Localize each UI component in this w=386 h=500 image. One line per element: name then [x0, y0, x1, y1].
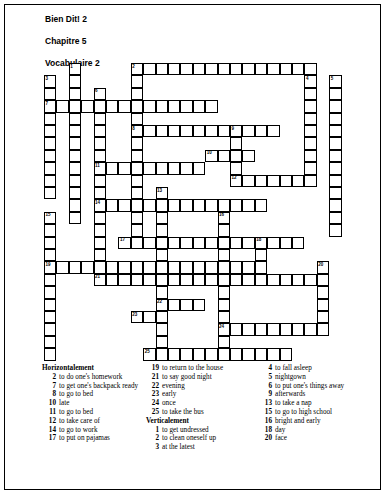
- grid-cell[interactable]: [131, 261, 143, 273]
- grid-cell[interactable]: [304, 125, 316, 137]
- grid-cell[interactable]: [193, 199, 205, 211]
- clue-column-left: Horizontalement2to do one's homework7to …: [42, 364, 144, 443]
- grid-cell[interactable]: [292, 274, 304, 286]
- grid-cell[interactable]: [304, 100, 316, 112]
- grid-cell[interactable]: [44, 125, 56, 137]
- grid-cell[interactable]: [44, 336, 56, 348]
- grid-cell[interactable]: [106, 162, 118, 174]
- clue-number-label: 23: [132, 312, 137, 318]
- grid-cell[interactable]: [44, 162, 56, 174]
- grid-cell[interactable]: [180, 100, 192, 112]
- clue-number-label: 19: [46, 262, 51, 268]
- grid-cell[interactable]: [205, 261, 217, 273]
- grid-cell[interactable]: [106, 261, 118, 273]
- grid-cell[interactable]: [230, 237, 242, 249]
- clue-item: 20face: [252, 434, 352, 443]
- grid-cell[interactable]: [44, 88, 56, 100]
- clue-text: to take the bus: [162, 408, 254, 417]
- grid-cell[interactable]: [156, 274, 168, 286]
- grid-cell[interactable]: 22: [156, 299, 168, 311]
- clue-number: 3: [146, 443, 162, 452]
- clue-number-label: 5: [331, 76, 334, 82]
- clue-item: 3at the latest: [146, 443, 254, 452]
- grid-cell[interactable]: [143, 311, 155, 323]
- grid-cell[interactable]: [131, 75, 143, 87]
- grid-cell[interactable]: [304, 113, 316, 125]
- grid-cell[interactable]: [69, 125, 81, 137]
- grid-cell[interactable]: 14: [94, 199, 106, 211]
- grid-cell[interactable]: [304, 162, 316, 174]
- grid-cell[interactable]: [156, 286, 168, 298]
- grid-cell[interactable]: [106, 199, 118, 211]
- grid-cell[interactable]: 15: [44, 212, 56, 224]
- grid-cell[interactable]: [94, 261, 106, 273]
- grid-cell[interactable]: [193, 274, 205, 286]
- grid-cell[interactable]: [280, 348, 292, 360]
- grid-cell[interactable]: [81, 100, 93, 112]
- grid-cell[interactable]: [131, 199, 143, 211]
- grid-cell[interactable]: [267, 348, 279, 360]
- grid-cell[interactable]: [168, 237, 180, 249]
- grid-cell[interactable]: [329, 100, 341, 112]
- grid-cell[interactable]: [156, 212, 168, 224]
- grid-cell[interactable]: [44, 150, 56, 162]
- grid-cell[interactable]: [44, 311, 56, 323]
- grid-cell[interactable]: [94, 175, 106, 187]
- grid-cell[interactable]: [143, 199, 155, 211]
- grid-cell[interactable]: [280, 323, 292, 335]
- grid-cell[interactable]: [118, 199, 130, 211]
- grid-cell[interactable]: [193, 237, 205, 249]
- grid-cell[interactable]: [131, 137, 143, 149]
- grid-cell[interactable]: [69, 212, 81, 224]
- grid-cell[interactable]: [131, 274, 143, 286]
- worksheet-title: Bien Dit! 2 Chapitre 5 Vocabulaire 2: [45, 14, 100, 69]
- grid-cell[interactable]: [193, 348, 205, 360]
- grid-cell[interactable]: [255, 63, 267, 75]
- clue-item: 8to go to bed: [42, 390, 144, 399]
- grid-cell[interactable]: [193, 125, 205, 137]
- grid-cell[interactable]: [143, 261, 155, 273]
- grid-cell[interactable]: [156, 261, 168, 273]
- grid-cell[interactable]: 16: [218, 212, 230, 224]
- grid-cell[interactable]: [205, 274, 217, 286]
- grid-cell[interactable]: [230, 162, 242, 174]
- grid-cell[interactable]: [180, 261, 192, 273]
- grid-cell[interactable]: [218, 150, 230, 162]
- grid-cell[interactable]: [168, 63, 180, 75]
- grid-cell[interactable]: [218, 63, 230, 75]
- grid-cell[interactable]: [329, 137, 341, 149]
- clue-section-header: Verticalement: [146, 417, 254, 426]
- grid-cell[interactable]: [205, 125, 217, 137]
- grid-cell[interactable]: [156, 311, 168, 323]
- clue-number-label: 9: [232, 126, 235, 132]
- clue-number: 2: [146, 434, 162, 443]
- grid-cell[interactable]: [44, 274, 56, 286]
- clue-number: 15: [252, 408, 275, 417]
- clue-number-label: 14: [95, 200, 100, 206]
- grid-cell[interactable]: 2: [131, 63, 143, 75]
- grid-cell[interactable]: [280, 175, 292, 187]
- clue-number: 19: [146, 364, 162, 373]
- grid-cell[interactable]: [218, 261, 230, 273]
- grid-cell[interactable]: [317, 323, 329, 335]
- grid-cell[interactable]: 4: [304, 75, 316, 87]
- grid-cell[interactable]: [143, 162, 155, 174]
- grid-cell[interactable]: [156, 63, 168, 75]
- clue-number-label: 24: [219, 324, 224, 330]
- grid-cell[interactable]: [143, 63, 155, 75]
- grid-cell[interactable]: [69, 100, 81, 112]
- grid-cell[interactable]: 10: [205, 150, 217, 162]
- grid-cell[interactable]: [44, 175, 56, 187]
- grid-cell[interactable]: [280, 237, 292, 249]
- grid-cell[interactable]: [168, 261, 180, 273]
- grid-cell[interactable]: 8: [131, 125, 143, 137]
- grid-cell[interactable]: [56, 261, 68, 273]
- grid-cell[interactable]: [304, 63, 316, 75]
- grid-cell[interactable]: [156, 237, 168, 249]
- grid-cell[interactable]: [156, 100, 168, 112]
- grid-cell[interactable]: [69, 75, 81, 87]
- grid-cell[interactable]: [131, 113, 143, 125]
- grid-cell[interactable]: [69, 113, 81, 125]
- grid-cell[interactable]: [242, 261, 254, 273]
- grid-cell[interactable]: 12: [230, 175, 242, 187]
- grid-cell[interactable]: [267, 237, 279, 249]
- grid-cell[interactable]: [106, 100, 118, 112]
- grid-cell[interactable]: [44, 237, 56, 249]
- grid-cell[interactable]: 24: [218, 323, 230, 335]
- grid-cell[interactable]: 20: [317, 261, 329, 273]
- grid-cell[interactable]: [156, 348, 168, 360]
- grid-cell[interactable]: [230, 323, 242, 335]
- grid-cell[interactable]: [242, 237, 254, 249]
- grid-cell[interactable]: [242, 348, 254, 360]
- grid-cell[interactable]: [205, 100, 217, 112]
- grid-cell[interactable]: [156, 125, 168, 137]
- grid-cell[interactable]: [304, 150, 316, 162]
- grid-cell[interactable]: [193, 63, 205, 75]
- grid-cell[interactable]: [329, 212, 341, 224]
- grid-cell[interactable]: [267, 175, 279, 187]
- grid-cell[interactable]: [69, 199, 81, 211]
- grid-cell[interactable]: [69, 162, 81, 174]
- grid-cell[interactable]: [230, 63, 242, 75]
- grid-cell[interactable]: 5: [329, 75, 341, 87]
- grid-cell[interactable]: [292, 63, 304, 75]
- grid-cell[interactable]: [180, 125, 192, 137]
- grid-cell[interactable]: [69, 88, 81, 100]
- grid-cell[interactable]: [118, 274, 130, 286]
- clue-item: 19to return to the house: [146, 364, 254, 373]
- grid-cell[interactable]: [242, 150, 254, 162]
- clue-number-label: 6: [95, 88, 98, 94]
- grid-cell[interactable]: [81, 261, 93, 273]
- grid-cell[interactable]: [118, 100, 130, 112]
- grid-cell[interactable]: [69, 175, 81, 187]
- grid-cell[interactable]: [267, 274, 279, 286]
- grid-cell[interactable]: [156, 249, 168, 261]
- grid-cell[interactable]: [242, 63, 254, 75]
- clue-number-label: 1: [70, 64, 73, 70]
- grid-cell[interactable]: [44, 187, 56, 199]
- grid-cell[interactable]: [69, 187, 81, 199]
- grid-cell[interactable]: [205, 348, 217, 360]
- grid-cell[interactable]: [131, 224, 143, 236]
- grid-cell[interactable]: [131, 88, 143, 100]
- grid-cell[interactable]: [131, 175, 143, 187]
- grid-cell[interactable]: [218, 286, 230, 298]
- grid-cell[interactable]: [329, 125, 341, 137]
- clue-item: 1to get undressed: [146, 426, 254, 435]
- grid-cell[interactable]: [317, 311, 329, 323]
- grid-cell[interactable]: [69, 137, 81, 149]
- grid-cell[interactable]: [44, 249, 56, 261]
- clue-number-label: 21: [95, 274, 100, 280]
- clue-number: 23: [146, 390, 162, 399]
- grid-cell[interactable]: [193, 261, 205, 273]
- grid-cell[interactable]: [131, 237, 143, 249]
- grid-cell[interactable]: [242, 125, 254, 137]
- grid-cell[interactable]: 17: [118, 237, 130, 249]
- clue-text: to put one's things away: [275, 382, 352, 391]
- grid-cell[interactable]: [255, 348, 267, 360]
- grid-cell[interactable]: [329, 224, 341, 236]
- grid-cell[interactable]: [255, 249, 267, 261]
- grid-cell[interactable]: [106, 274, 118, 286]
- clue-number: 14: [42, 426, 59, 435]
- grid-cell[interactable]: [255, 125, 267, 137]
- grid-cell[interactable]: [218, 348, 230, 360]
- grid-cell[interactable]: [218, 299, 230, 311]
- grid-cell[interactable]: [304, 274, 316, 286]
- grid-cell[interactable]: [118, 261, 130, 273]
- clue-text: to return to the house: [162, 364, 254, 373]
- grid-cell[interactable]: [242, 274, 254, 286]
- grid-cell[interactable]: [329, 175, 341, 187]
- clue-number: 21: [146, 373, 162, 382]
- grid-cell[interactable]: [94, 113, 106, 125]
- clue-item: 6to put one's things away: [252, 382, 352, 391]
- grid-cell[interactable]: [69, 150, 81, 162]
- grid-cell[interactable]: [193, 299, 205, 311]
- grid-cell[interactable]: 25: [143, 348, 155, 360]
- grid-cell[interactable]: [56, 100, 68, 112]
- grid-cell[interactable]: 21: [94, 274, 106, 286]
- grid-cell[interactable]: [280, 63, 292, 75]
- grid-cell[interactable]: [329, 88, 341, 100]
- clue-item: 10late: [42, 399, 144, 408]
- clue-number: 4: [252, 364, 275, 373]
- grid-cell[interactable]: [242, 199, 254, 211]
- grid-cell[interactable]: [230, 348, 242, 360]
- grid-cell[interactable]: [131, 100, 143, 112]
- grid-cell[interactable]: [131, 212, 143, 224]
- grid-cell[interactable]: [180, 348, 192, 360]
- grid-cell[interactable]: [230, 137, 242, 149]
- grid-cell[interactable]: 18: [255, 237, 267, 249]
- grid-cell[interactable]: [329, 162, 341, 174]
- grid-cell[interactable]: [44, 348, 56, 360]
- grid-cell[interactable]: [292, 323, 304, 335]
- clue-text: afterwards: [275, 390, 352, 399]
- grid-cell[interactable]: [180, 162, 192, 174]
- grid-cell[interactable]: [329, 199, 341, 211]
- grid-cell[interactable]: [168, 125, 180, 137]
- grid-cell[interactable]: [230, 150, 242, 162]
- grid-cell[interactable]: [267, 323, 279, 335]
- grid-cell[interactable]: [255, 323, 267, 335]
- grid-cell[interactable]: [255, 261, 267, 273]
- grid-cell[interactable]: [329, 150, 341, 162]
- clue-text: face: [275, 434, 352, 443]
- clue-number: 24: [146, 399, 162, 408]
- grid-cell[interactable]: [156, 199, 168, 211]
- grid-cell[interactable]: [156, 224, 168, 236]
- grid-cell[interactable]: [304, 323, 316, 335]
- grid-cell[interactable]: [44, 224, 56, 236]
- grid-cell[interactable]: [205, 63, 217, 75]
- grid-cell[interactable]: [329, 187, 341, 199]
- grid-cell[interactable]: [255, 274, 267, 286]
- clue-number: 18: [252, 426, 275, 435]
- grid-cell[interactable]: [218, 336, 230, 348]
- grid-cell[interactable]: [230, 199, 242, 211]
- grid-cell[interactable]: [143, 125, 155, 137]
- grid-cell[interactable]: [156, 336, 168, 348]
- grid-cell[interactable]: [94, 125, 106, 137]
- clue-text: late: [59, 399, 144, 408]
- grid-cell[interactable]: 13: [156, 187, 168, 199]
- grid-cell[interactable]: [193, 100, 205, 112]
- grid-cell[interactable]: [69, 261, 81, 273]
- grid-cell[interactable]: [242, 175, 254, 187]
- grid-cell[interactable]: [156, 323, 168, 335]
- grid-cell[interactable]: 6: [94, 88, 106, 100]
- clue-item: 17to put on pajamas: [42, 434, 144, 443]
- grid-cell[interactable]: [156, 162, 168, 174]
- clue-text: to get one's backpack ready: [59, 382, 144, 391]
- grid-cell[interactable]: [143, 237, 155, 249]
- grid-cell[interactable]: [94, 224, 106, 236]
- grid-cell[interactable]: [218, 237, 230, 249]
- grid-cell[interactable]: [230, 261, 242, 273]
- grid-cell[interactable]: [180, 274, 192, 286]
- grid-cell[interactable]: [180, 63, 192, 75]
- grid-cell[interactable]: 23: [131, 311, 143, 323]
- title-line-1: Bien Dit! 2: [45, 14, 87, 24]
- grid-cell[interactable]: 11: [94, 162, 106, 174]
- grid-cell[interactable]: [180, 299, 192, 311]
- grid-cell[interactable]: [304, 175, 316, 187]
- grid-cell[interactable]: [218, 224, 230, 236]
- grid-cell[interactable]: [94, 100, 106, 112]
- grid-cell[interactable]: [44, 323, 56, 335]
- grid-cell[interactable]: [168, 348, 180, 360]
- grid-cell[interactable]: [168, 299, 180, 311]
- clue-text: at the latest: [162, 443, 254, 452]
- clue-text: to say good night: [162, 373, 254, 382]
- grid-cell[interactable]: [94, 237, 106, 249]
- grid-cell[interactable]: [94, 187, 106, 199]
- grid-cell[interactable]: [267, 125, 279, 137]
- grid-cell[interactable]: [255, 199, 267, 211]
- grid-cell[interactable]: [218, 125, 230, 137]
- grid-cell[interactable]: 19: [44, 261, 56, 273]
- grid-cell[interactable]: [131, 162, 143, 174]
- grid-cell[interactable]: 3: [44, 75, 56, 87]
- clue-item: 11to go to bed: [42, 408, 144, 417]
- grid-cell[interactable]: [218, 274, 230, 286]
- grid-cell[interactable]: [94, 249, 106, 261]
- clue-number-label: 18: [256, 237, 261, 243]
- grid-cell[interactable]: [218, 249, 230, 261]
- grid-cell[interactable]: 9: [230, 125, 242, 137]
- grid-cell[interactable]: [317, 286, 329, 298]
- grid-cell[interactable]: [94, 212, 106, 224]
- grid-cell[interactable]: 7: [44, 100, 56, 112]
- grid-cell[interactable]: [317, 299, 329, 311]
- clue-number-label: 8: [132, 126, 135, 132]
- grid-cell[interactable]: [44, 113, 56, 125]
- grid-cell[interactable]: [280, 274, 292, 286]
- grid-cell[interactable]: [304, 137, 316, 149]
- clue-number: 10: [42, 399, 59, 408]
- grid-cell[interactable]: [180, 237, 192, 249]
- grid-cell[interactable]: [131, 150, 143, 162]
- clue-number: 1: [146, 426, 162, 435]
- grid-cell[interactable]: [242, 323, 254, 335]
- grid-cell[interactable]: [255, 175, 267, 187]
- grid-cell[interactable]: [168, 274, 180, 286]
- grid-cell[interactable]: [168, 199, 180, 211]
- clue-text: early: [162, 390, 254, 399]
- grid-cell[interactable]: [44, 299, 56, 311]
- grid-cell[interactable]: [118, 162, 130, 174]
- grid-cell[interactable]: [44, 137, 56, 149]
- grid-cell[interactable]: [168, 100, 180, 112]
- grid-cell[interactable]: [292, 175, 304, 187]
- grid-cell[interactable]: [317, 274, 329, 286]
- grid-cell[interactable]: [94, 150, 106, 162]
- grid-cell[interactable]: [292, 237, 304, 249]
- grid-cell[interactable]: [218, 311, 230, 323]
- clue-item: 25to take the bus: [146, 408, 254, 417]
- grid-cell[interactable]: [131, 187, 143, 199]
- grid-cell[interactable]: [329, 113, 341, 125]
- grid-cell[interactable]: [218, 199, 230, 211]
- grid-cell[interactable]: [94, 137, 106, 149]
- title-line-2: Chapitre 5: [45, 36, 87, 46]
- grid-cell[interactable]: [44, 286, 56, 298]
- grid-cell[interactable]: [205, 199, 217, 211]
- clue-number-label: 17: [120, 237, 125, 243]
- grid-cell[interactable]: [267, 63, 279, 75]
- grid-cell[interactable]: [143, 100, 155, 112]
- clue-item: 14to go to work: [42, 426, 144, 435]
- grid-cell[interactable]: [143, 274, 155, 286]
- clue-item: 7to get one's backpack ready: [42, 382, 144, 391]
- grid-cell[interactable]: [304, 88, 316, 100]
- grid-cell[interactable]: [168, 162, 180, 174]
- grid-cell[interactable]: [180, 199, 192, 211]
- grid-cell[interactable]: [193, 162, 205, 174]
- grid-cell[interactable]: [205, 237, 217, 249]
- grid-cell[interactable]: [230, 274, 242, 286]
- grid-cell[interactable]: 1: [69, 63, 81, 75]
